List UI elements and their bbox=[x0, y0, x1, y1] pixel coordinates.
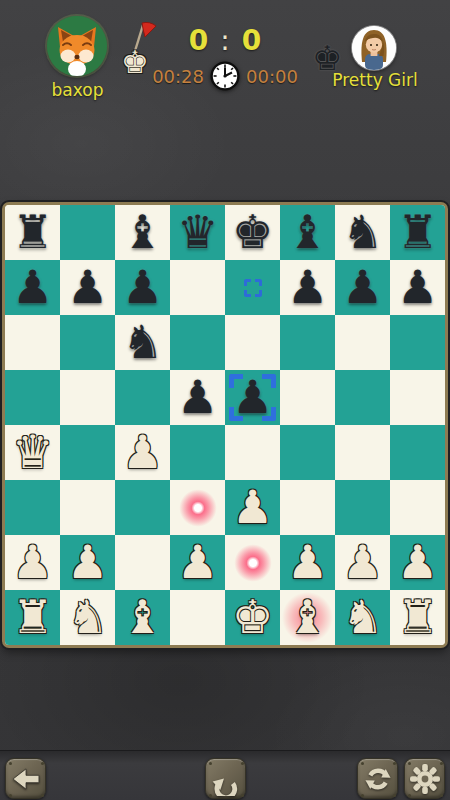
girl-icon bbox=[352, 26, 396, 70]
white-player-avatar bbox=[47, 16, 107, 76]
square-d1[interactable] bbox=[170, 590, 225, 645]
square-h7[interactable]: ♟ bbox=[390, 260, 445, 315]
square-d6[interactable] bbox=[170, 315, 225, 370]
square-h8[interactable]: ♜ bbox=[390, 205, 445, 260]
square-h1[interactable]: ♜ bbox=[390, 590, 445, 645]
square-b7[interactable]: ♟ bbox=[60, 260, 115, 315]
square-c3[interactable] bbox=[115, 480, 170, 535]
square-a4[interactable]: ♛ bbox=[5, 425, 60, 480]
square-e4[interactable] bbox=[225, 425, 280, 480]
square-a2[interactable]: ♟ bbox=[5, 535, 60, 590]
clock-icon bbox=[209, 60, 241, 92]
square-c4[interactable]: ♟ bbox=[115, 425, 170, 480]
square-a1[interactable]: ♜ bbox=[5, 590, 60, 645]
square-f5[interactable] bbox=[280, 370, 335, 425]
score-separator: : bbox=[208, 24, 241, 57]
black-knight-c6[interactable]: ♞ bbox=[115, 315, 170, 370]
square-d7[interactable] bbox=[170, 260, 225, 315]
square-e1[interactable]: ♚ bbox=[225, 590, 280, 645]
square-b1[interactable]: ♞ bbox=[60, 590, 115, 645]
undo-button[interactable] bbox=[205, 758, 246, 799]
square-h5[interactable] bbox=[390, 370, 445, 425]
square-c2[interactable] bbox=[115, 535, 170, 590]
back-button[interactable] bbox=[5, 758, 46, 799]
square-d3[interactable] bbox=[170, 480, 225, 535]
square-h6[interactable] bbox=[390, 315, 445, 370]
square-f2[interactable]: ♟ bbox=[280, 535, 335, 590]
undo-arrow-icon bbox=[209, 762, 243, 796]
square-d8[interactable]: ♛ bbox=[170, 205, 225, 260]
square-e8[interactable]: ♚ bbox=[225, 205, 280, 260]
settings-button[interactable] bbox=[404, 758, 445, 799]
white-rook-a1[interactable]: ♜ bbox=[5, 590, 60, 645]
black-pawn-a7[interactable]: ♟ bbox=[5, 260, 60, 315]
square-g7[interactable]: ♟ bbox=[335, 260, 390, 315]
bottom-toolbar bbox=[0, 750, 450, 800]
square-a3[interactable] bbox=[5, 480, 60, 535]
square-f4[interactable] bbox=[280, 425, 335, 480]
match-score: 0:0 bbox=[150, 24, 300, 57]
square-f6[interactable] bbox=[280, 315, 335, 370]
square-e2[interactable] bbox=[225, 535, 280, 590]
square-h4[interactable] bbox=[390, 425, 445, 480]
black-bishop-c8[interactable]: ♝ bbox=[115, 205, 170, 260]
corner-bl bbox=[244, 290, 251, 297]
square-g6[interactable] bbox=[335, 315, 390, 370]
arrow-left-icon bbox=[9, 762, 43, 796]
white-rook-h1[interactable]: ♜ bbox=[390, 590, 445, 645]
square-c6[interactable]: ♞ bbox=[115, 315, 170, 370]
black-pawn-h7[interactable]: ♟ bbox=[390, 260, 445, 315]
square-b2[interactable]: ♟ bbox=[60, 535, 115, 590]
white-pawn-f2[interactable]: ♟ bbox=[280, 535, 335, 590]
black-queen-d8[interactable]: ♛ bbox=[170, 205, 225, 260]
corner-tl bbox=[244, 279, 251, 286]
white-pawn-g2[interactable]: ♟ bbox=[335, 535, 390, 590]
square-f3[interactable] bbox=[280, 480, 335, 535]
chess-board: ♜♝♛♚♝♞♜♟♟♟♟♟♟♞♟♟♛♟♟♟♟♟♟♟♟♜♞♝♚♝♞♜ bbox=[2, 202, 448, 648]
threat-dot-d3 bbox=[176, 486, 220, 530]
corner-tl bbox=[229, 374, 243, 388]
score-left: 0 bbox=[189, 24, 208, 57]
square-e7[interactable] bbox=[225, 260, 280, 315]
white-pawn-a2[interactable]: ♟ bbox=[5, 535, 60, 590]
white-knight-b1[interactable]: ♞ bbox=[60, 590, 115, 645]
square-g2[interactable]: ♟ bbox=[335, 535, 390, 590]
black-timer: 00:00 bbox=[246, 66, 298, 87]
square-e5[interactable]: ♟ bbox=[225, 370, 280, 425]
white-pawn-c4[interactable]: ♟ bbox=[115, 425, 170, 480]
black-bishop-f8[interactable]: ♝ bbox=[280, 205, 335, 260]
black-knight-g8[interactable]: ♞ bbox=[335, 205, 390, 260]
square-f1[interactable]: ♝ bbox=[280, 590, 335, 645]
square-b3[interactable] bbox=[60, 480, 115, 535]
black-pawn-g7[interactable]: ♟ bbox=[335, 260, 390, 315]
white-bishop-c1[interactable]: ♝ bbox=[115, 590, 170, 645]
white-pawn-h2[interactable]: ♟ bbox=[390, 535, 445, 590]
square-d4[interactable] bbox=[170, 425, 225, 480]
header: baxop ♚ 0:0 00:28 bbox=[0, 0, 450, 100]
square-d2[interactable]: ♟ bbox=[170, 535, 225, 590]
black-player-avatar bbox=[352, 26, 396, 70]
selected-piece-marker bbox=[229, 374, 276, 421]
white-pawn-d2[interactable]: ♟ bbox=[170, 535, 225, 590]
fox-icon bbox=[47, 16, 107, 76]
square-e6[interactable] bbox=[225, 315, 280, 370]
square-f8[interactable]: ♝ bbox=[280, 205, 335, 260]
square-b4[interactable] bbox=[60, 425, 115, 480]
flip-board-button[interactable] bbox=[357, 758, 398, 799]
square-c8[interactable]: ♝ bbox=[115, 205, 170, 260]
white-timer: 00:28 bbox=[152, 66, 204, 87]
square-a8[interactable]: ♜ bbox=[5, 205, 60, 260]
square-c7[interactable]: ♟ bbox=[115, 260, 170, 315]
black-pawn-f7[interactable]: ♟ bbox=[280, 260, 335, 315]
square-f7[interactable]: ♟ bbox=[280, 260, 335, 315]
square-b8[interactable] bbox=[60, 205, 115, 260]
black-king-e8[interactable]: ♚ bbox=[225, 205, 280, 260]
square-c5[interactable] bbox=[115, 370, 170, 425]
square-a6[interactable] bbox=[5, 315, 60, 370]
rotate-icon bbox=[361, 762, 395, 796]
square-b6[interactable] bbox=[60, 315, 115, 370]
square-g4[interactable] bbox=[335, 425, 390, 480]
threat-dot-e2 bbox=[231, 541, 275, 585]
corner-tr bbox=[262, 374, 276, 388]
gear-icon bbox=[408, 762, 442, 796]
black-pawn-d5[interactable]: ♟ bbox=[170, 370, 225, 425]
corner-br bbox=[255, 290, 262, 297]
square-a5[interactable] bbox=[5, 370, 60, 425]
white-king-e1[interactable]: ♚ bbox=[225, 590, 280, 645]
corner-tr bbox=[255, 279, 262, 286]
black-rook-a8[interactable]: ♜ bbox=[5, 205, 60, 260]
corner-br bbox=[262, 407, 276, 421]
black-player-name: Pretty Girl bbox=[300, 70, 450, 90]
square-e3[interactable]: ♟ bbox=[225, 480, 280, 535]
square-g1[interactable]: ♞ bbox=[335, 590, 390, 645]
score-right: 0 bbox=[242, 24, 261, 57]
move-from-marker bbox=[244, 279, 262, 297]
square-b5[interactable] bbox=[60, 370, 115, 425]
corner-bl bbox=[229, 407, 243, 421]
white-queen-a4[interactable]: ♛ bbox=[5, 425, 60, 480]
square-h2[interactable]: ♟ bbox=[390, 535, 445, 590]
white-pawn-b2[interactable]: ♟ bbox=[60, 535, 115, 590]
white-pawn-e3[interactable]: ♟ bbox=[225, 480, 280, 535]
black-rook-h8[interactable]: ♜ bbox=[390, 205, 445, 260]
square-c1[interactable]: ♝ bbox=[115, 590, 170, 645]
square-g8[interactable]: ♞ bbox=[335, 205, 390, 260]
white-bishop-f1[interactable]: ♝ bbox=[280, 590, 335, 645]
square-g3[interactable] bbox=[335, 480, 390, 535]
square-g5[interactable] bbox=[335, 370, 390, 425]
square-d5[interactable]: ♟ bbox=[170, 370, 225, 425]
chess-app: baxop ♚ 0:0 00:28 bbox=[0, 0, 450, 800]
black-pawn-c7[interactable]: ♟ bbox=[115, 260, 170, 315]
square-h3[interactable] bbox=[390, 480, 445, 535]
square-a7[interactable]: ♟ bbox=[5, 260, 60, 315]
white-knight-g1[interactable]: ♞ bbox=[335, 590, 390, 645]
black-pawn-b7[interactable]: ♟ bbox=[60, 260, 115, 315]
